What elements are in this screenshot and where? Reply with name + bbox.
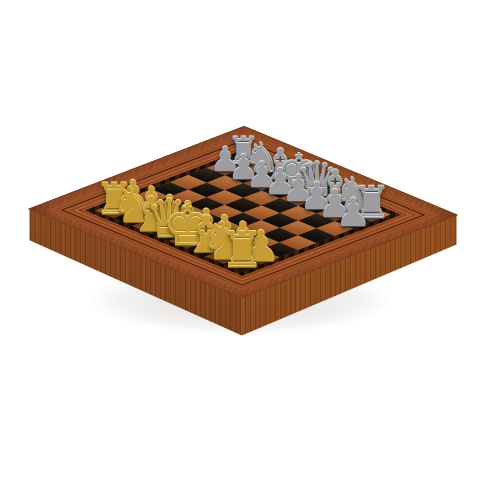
checkerboard-grid — [96, 154, 390, 272]
chess-set-product-photo: ♜♞♝♚♛♝♞♜♟♟♟♟♟♟♟♟♟♟♟♟♟♟♟♟♜♞♝♛♚♝♞♜ — [0, 0, 480, 480]
